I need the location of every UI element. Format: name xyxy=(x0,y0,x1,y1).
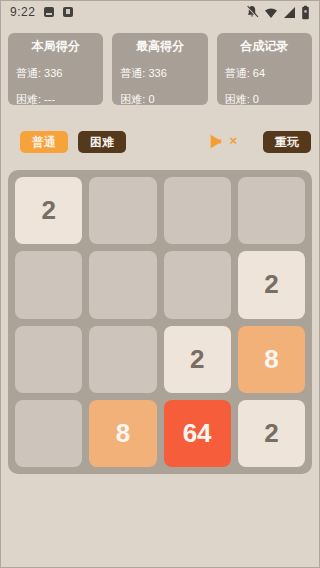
empty-cell xyxy=(15,326,82,393)
panel-title: 最高得分 xyxy=(120,38,199,55)
tile-2: 2 xyxy=(15,177,82,244)
empty-cell xyxy=(164,177,231,244)
tile-2: 2 xyxy=(164,326,231,393)
empty-cell xyxy=(238,177,305,244)
normal-mode-button[interactable]: 普通 xyxy=(20,131,68,153)
empty-cell xyxy=(164,251,231,318)
hard-score: 困难: --- xyxy=(16,92,95,107)
score-panels: 本局得分 普通: 336 困难: --- 最高得分 普通: 336 困难: 0 … xyxy=(8,33,312,105)
speaker-muted-icon xyxy=(207,131,228,152)
hard-score: 困难: 0 xyxy=(120,92,199,107)
wifi-icon xyxy=(264,6,278,19)
cellular-signal-icon xyxy=(283,6,296,19)
empty-cell xyxy=(89,177,156,244)
panel-current-score: 本局得分 普通: 336 困难: --- xyxy=(8,33,103,105)
panel-title: 本局得分 xyxy=(16,38,95,55)
status-icons xyxy=(245,5,310,20)
tile-8: 8 xyxy=(89,400,156,467)
app-notification-icon xyxy=(63,7,73,17)
empty-cell xyxy=(89,326,156,393)
replay-button[interactable]: 重玩 xyxy=(263,131,311,153)
tile-2: 2 xyxy=(238,400,305,467)
panel-merge-record: 合成记录 普通: 64 困难: 0 xyxy=(217,33,312,105)
control-bar: 普通 困难 × 重玩 xyxy=(20,130,311,153)
tile-2: 2 xyxy=(238,251,305,318)
status-bar: 9:22 xyxy=(0,0,320,24)
mute-x-mark: × xyxy=(229,133,237,148)
sound-toggle[interactable]: × xyxy=(207,131,237,152)
app-notification-icon xyxy=(44,7,54,17)
panel-title: 合成记录 xyxy=(225,38,304,55)
tile-64: 64 xyxy=(164,400,231,467)
hard-score: 困难: 0 xyxy=(225,92,304,107)
app-screen: 9:22 xyxy=(0,0,320,568)
empty-cell xyxy=(89,251,156,318)
normal-score: 普通: 64 xyxy=(225,66,304,81)
hard-mode-button[interactable]: 困难 xyxy=(78,131,126,153)
notifications-off-icon xyxy=(245,5,259,19)
board[interactable]: 22288642 xyxy=(8,170,312,474)
empty-cell xyxy=(15,400,82,467)
clock: 9:22 xyxy=(10,5,35,19)
panel-best-score: 最高得分 普通: 336 困难: 0 xyxy=(112,33,207,105)
normal-score: 普通: 336 xyxy=(120,66,199,81)
tile-8: 8 xyxy=(238,326,305,393)
normal-score: 普通: 336 xyxy=(16,66,95,81)
battery-icon xyxy=(301,5,310,20)
empty-cell xyxy=(15,251,82,318)
